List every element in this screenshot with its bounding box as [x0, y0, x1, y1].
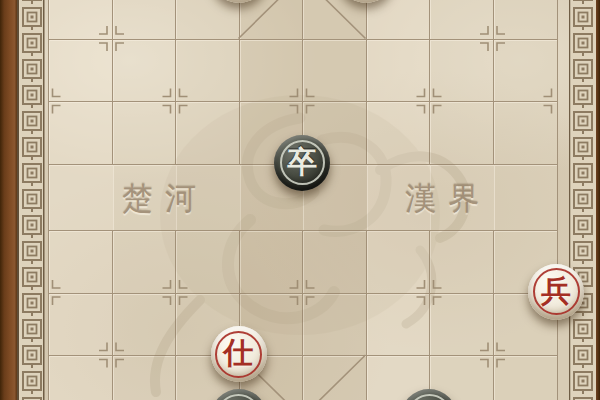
- board-cell: [303, 40, 367, 103]
- piece-glyph: 卒: [274, 134, 330, 190]
- board-cell: [430, 231, 494, 294]
- board-cell: [49, 356, 113, 400]
- board-cell: [49, 102, 113, 165]
- wood-frame-right: [596, 0, 600, 400]
- wood-frame-left: [0, 0, 17, 400]
- board-cell: [494, 102, 558, 165]
- board-cell: [430, 102, 494, 165]
- board-cell: [113, 356, 177, 400]
- board-cell: [430, 294, 494, 357]
- piece-black-unknown[interactable]: [211, 389, 267, 400]
- board-cell: [49, 0, 113, 40]
- board-cell: [494, 0, 558, 40]
- border-band-left: [17, 0, 45, 400]
- board-cell: [494, 165, 558, 232]
- river-label-han: 漢界: [405, 183, 491, 214]
- board-cell: [303, 356, 367, 400]
- piece-glyph: [211, 0, 267, 2]
- piece-glyph: [211, 388, 267, 400]
- board-cell: [240, 0, 304, 40]
- board-cell: [240, 231, 304, 294]
- board-cell: [430, 40, 494, 103]
- board-cell: [494, 356, 558, 400]
- piece-glyph: [401, 388, 457, 400]
- border-band-right: [569, 0, 596, 400]
- board-cell: [430, 0, 494, 40]
- piece-glyph: [338, 0, 394, 2]
- board-cell: [367, 102, 431, 165]
- board-cell: [113, 231, 177, 294]
- piece-red-soldier[interactable]: 兵: [528, 264, 584, 320]
- board-cell: [303, 0, 367, 40]
- board-cell: [113, 102, 177, 165]
- board-cell: [367, 40, 431, 103]
- piece-black-unknown[interactable]: [401, 389, 457, 400]
- piece-red-advisor[interactable]: 仕: [211, 326, 267, 382]
- board-cell: [176, 40, 240, 103]
- board-cell: [240, 40, 304, 103]
- board-cell: [49, 40, 113, 103]
- board-cell: [367, 0, 431, 40]
- board-cell: [113, 294, 177, 357]
- board-cell: [49, 231, 113, 294]
- board-cell: [367, 294, 431, 357]
- board-cell: [176, 231, 240, 294]
- board-cell: [303, 231, 367, 294]
- piece-black-soldier[interactable]: 卒: [274, 135, 330, 191]
- river-label-chu: 楚河: [122, 183, 208, 214]
- piece-glyph: 兵: [528, 263, 584, 319]
- board-cell: [176, 0, 240, 40]
- piece-glyph: 仕: [211, 325, 267, 381]
- board-cell: [113, 0, 177, 40]
- board-cell: [176, 102, 240, 165]
- board-cell: [49, 165, 113, 232]
- board-cell: [49, 294, 113, 357]
- board-cell: [494, 40, 558, 103]
- xiangqi-board[interactable]: 楚河 漢界 卒兵仕: [0, 0, 600, 400]
- board-cell: [367, 231, 431, 294]
- board-cell: [113, 40, 177, 103]
- board-cell: [303, 294, 367, 357]
